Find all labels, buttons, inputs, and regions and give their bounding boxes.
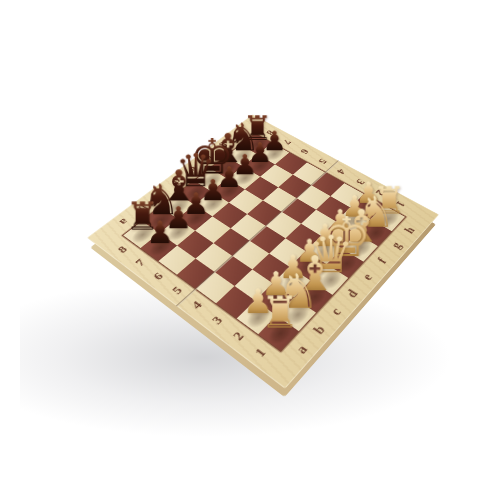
scene: 87654321 87654321 abcdefgh abcdefgh ♜♟♞♟… (0, 0, 500, 500)
white-rook-a1: ♜ (247, 267, 311, 334)
piece-glyph: ♟ (146, 218, 174, 247)
piece-glyph: ♜ (260, 292, 299, 334)
chessboard-3d: 87654321 87654321 abcdefgh abcdefgh ♜♟♞♟… (87, 114, 439, 389)
black-pawn-a7: ♟ (131, 188, 189, 248)
photo-stage: 87654321 87654321 abcdefgh abcdefgh ♜♟♞♟… (0, 0, 500, 500)
